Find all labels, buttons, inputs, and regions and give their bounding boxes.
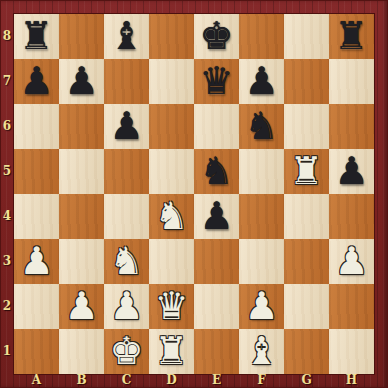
- square-c4[interactable]: [104, 194, 149, 239]
- piece-black-queen[interactable]: ♛: [194, 59, 239, 104]
- square-b6[interactable]: [59, 104, 104, 149]
- square-a7[interactable]: ♟: [14, 59, 59, 104]
- square-h1[interactable]: [329, 329, 374, 374]
- rank-label-4: 4: [0, 194, 14, 239]
- square-g5[interactable]: ♜: [284, 149, 329, 194]
- piece-black-knight[interactable]: ♞: [194, 149, 239, 194]
- piece-black-pawn[interactable]: ♟: [329, 149, 374, 194]
- rank-label-7: 7: [0, 59, 14, 104]
- square-d2[interactable]: ♛: [149, 284, 194, 329]
- square-c6[interactable]: ♟: [104, 104, 149, 149]
- square-e1[interactable]: [194, 329, 239, 374]
- square-c1[interactable]: ♚: [104, 329, 149, 374]
- square-b8[interactable]: [59, 14, 104, 59]
- rank-label-1: 1: [0, 329, 14, 374]
- piece-white-rook[interactable]: ♜: [149, 329, 194, 374]
- square-g6[interactable]: [284, 104, 329, 149]
- square-a1[interactable]: [14, 329, 59, 374]
- piece-white-queen[interactable]: ♛: [149, 284, 194, 329]
- square-g3[interactable]: [284, 239, 329, 284]
- square-a2[interactable]: [14, 284, 59, 329]
- file-label-a: A: [14, 374, 59, 388]
- square-g2[interactable]: [284, 284, 329, 329]
- piece-black-pawn[interactable]: ♟: [104, 104, 149, 149]
- file-label-d: D: [149, 374, 194, 388]
- file-label-b: B: [59, 374, 104, 388]
- square-f3[interactable]: [239, 239, 284, 284]
- square-c3[interactable]: ♞: [104, 239, 149, 284]
- piece-black-bishop[interactable]: ♝: [104, 14, 149, 59]
- square-h7[interactable]: [329, 59, 374, 104]
- square-b4[interactable]: [59, 194, 104, 239]
- square-a8[interactable]: ♜: [14, 14, 59, 59]
- square-g1[interactable]: [284, 329, 329, 374]
- square-g7[interactable]: [284, 59, 329, 104]
- piece-white-pawn[interactable]: ♟: [14, 239, 59, 284]
- rank-label-2: 2: [0, 284, 14, 329]
- square-a6[interactable]: [14, 104, 59, 149]
- square-f7[interactable]: ♟: [239, 59, 284, 104]
- square-e6[interactable]: [194, 104, 239, 149]
- square-b1[interactable]: [59, 329, 104, 374]
- file-label-e: E: [194, 374, 239, 388]
- square-e3[interactable]: [194, 239, 239, 284]
- square-f1[interactable]: ♝: [239, 329, 284, 374]
- square-d1[interactable]: ♜: [149, 329, 194, 374]
- square-b2[interactable]: ♟: [59, 284, 104, 329]
- square-c5[interactable]: [104, 149, 149, 194]
- rank-label-6: 6: [0, 104, 14, 149]
- square-a3[interactable]: ♟: [14, 239, 59, 284]
- square-h2[interactable]: [329, 284, 374, 329]
- file-label-g: G: [284, 374, 329, 388]
- board-frame: ♜♝♚♜♟♟♛♟♟♞♞♜♟♞♟♟♞♟♟♟♛♟♚♜♝ 87654321 ABCDE…: [0, 0, 388, 388]
- square-g4[interactable]: [284, 194, 329, 239]
- square-b3[interactable]: [59, 239, 104, 284]
- square-b5[interactable]: [59, 149, 104, 194]
- square-a5[interactable]: [14, 149, 59, 194]
- square-d6[interactable]: [149, 104, 194, 149]
- rank-label-5: 5: [0, 149, 14, 194]
- piece-black-rook[interactable]: ♜: [14, 14, 59, 59]
- rank-label-8: 8: [0, 14, 14, 59]
- piece-white-bishop[interactable]: ♝: [239, 329, 284, 374]
- piece-white-pawn[interactable]: ♟: [59, 284, 104, 329]
- square-d4[interactable]: ♞: [149, 194, 194, 239]
- square-b7[interactable]: ♟: [59, 59, 104, 104]
- piece-white-king[interactable]: ♚: [104, 329, 149, 374]
- square-f2[interactable]: ♟: [239, 284, 284, 329]
- square-h3[interactable]: ♟: [329, 239, 374, 284]
- rank-label-3: 3: [0, 239, 14, 284]
- square-h4[interactable]: [329, 194, 374, 239]
- piece-black-knight[interactable]: ♞: [239, 104, 284, 149]
- square-d3[interactable]: [149, 239, 194, 284]
- square-h6[interactable]: [329, 104, 374, 149]
- file-label-f: F: [239, 374, 284, 388]
- square-e7[interactable]: ♛: [194, 59, 239, 104]
- square-a4[interactable]: [14, 194, 59, 239]
- square-h8[interactable]: ♜: [329, 14, 374, 59]
- piece-black-rook[interactable]: ♜: [329, 14, 374, 59]
- square-c8[interactable]: ♝: [104, 14, 149, 59]
- square-c2[interactable]: ♟: [104, 284, 149, 329]
- piece-black-pawn[interactable]: ♟: [14, 59, 59, 104]
- board: ♜♝♚♜♟♟♛♟♟♞♞♜♟♞♟♟♞♟♟♟♛♟♚♜♝: [14, 14, 374, 374]
- piece-white-knight[interactable]: ♞: [104, 239, 149, 284]
- square-f4[interactable]: [239, 194, 284, 239]
- square-c7[interactable]: [104, 59, 149, 104]
- square-d8[interactable]: [149, 14, 194, 59]
- piece-black-pawn[interactable]: ♟: [194, 194, 239, 239]
- square-f8[interactable]: [239, 14, 284, 59]
- piece-white-pawn[interactable]: ♟: [104, 284, 149, 329]
- piece-white-rook[interactable]: ♜: [284, 149, 329, 194]
- square-f6[interactable]: ♞: [239, 104, 284, 149]
- square-d7[interactable]: [149, 59, 194, 104]
- piece-white-knight[interactable]: ♞: [149, 194, 194, 239]
- square-e5[interactable]: ♞: [194, 149, 239, 194]
- square-h5[interactable]: ♟: [329, 149, 374, 194]
- square-e8[interactable]: ♚: [194, 14, 239, 59]
- piece-black-pawn[interactable]: ♟: [59, 59, 104, 104]
- piece-black-pawn[interactable]: ♟: [239, 59, 284, 104]
- file-label-c: C: [104, 374, 149, 388]
- square-e4[interactable]: ♟: [194, 194, 239, 239]
- square-f5[interactable]: [239, 149, 284, 194]
- file-label-h: H: [329, 374, 374, 388]
- piece-white-pawn[interactable]: ♟: [239, 284, 284, 329]
- square-e2[interactable]: [194, 284, 239, 329]
- square-g8[interactable]: [284, 14, 329, 59]
- square-d5[interactable]: [149, 149, 194, 194]
- piece-black-king[interactable]: ♚: [194, 14, 239, 59]
- piece-white-pawn[interactable]: ♟: [329, 239, 374, 284]
